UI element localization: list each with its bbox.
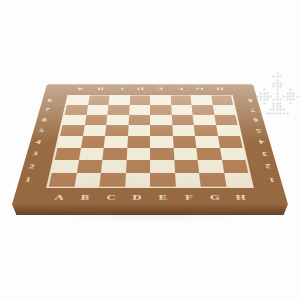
files-bottom: ABCDEFGH <box>45 193 255 204</box>
square-d8[interactable] <box>129 96 150 105</box>
file-label-d: D <box>124 193 150 204</box>
square-a5[interactable] <box>60 125 84 136</box>
rank-label-2: 2 <box>258 160 279 173</box>
rank-label-1: 1 <box>17 173 38 187</box>
square-d1[interactable] <box>125 173 150 187</box>
square-h4[interactable] <box>218 136 243 148</box>
square-c5[interactable] <box>105 125 128 136</box>
square-f1[interactable] <box>175 173 201 187</box>
square-f5[interactable] <box>172 125 195 136</box>
square-a3[interactable] <box>55 148 81 160</box>
square-b7[interactable] <box>86 105 108 115</box>
square-b1[interactable] <box>74 173 101 187</box>
square-a2[interactable] <box>52 160 79 173</box>
rank-label-3: 3 <box>255 148 275 160</box>
file-label-f: F <box>170 85 190 91</box>
board-front-edge <box>12 204 288 215</box>
square-b8[interactable] <box>88 96 110 105</box>
file-label-c: C <box>110 85 130 91</box>
file-label-b: B <box>90 85 111 91</box>
square-c3[interactable] <box>102 148 127 160</box>
square-b5[interactable] <box>83 125 107 136</box>
square-e2[interactable] <box>150 160 175 173</box>
square-f7[interactable] <box>171 105 193 115</box>
rank-label-8: 8 <box>41 96 58 105</box>
square-h5[interactable] <box>216 125 240 136</box>
square-a6[interactable] <box>62 115 86 125</box>
file-label-b: B <box>71 193 98 204</box>
watermark-dot <box>273 109 276 112</box>
square-b2[interactable] <box>76 160 102 173</box>
file-label-e: E <box>150 85 170 91</box>
file-label-e: E <box>150 193 176 204</box>
square-a4[interactable] <box>57 136 82 148</box>
square-d6[interactable] <box>128 115 150 125</box>
square-d7[interactable] <box>129 105 150 115</box>
square-h7[interactable] <box>212 105 235 115</box>
rank-label-2: 2 <box>21 160 42 173</box>
square-e8[interactable] <box>150 96 171 105</box>
square-g6[interactable] <box>193 115 216 125</box>
rank-label-3: 3 <box>25 148 45 160</box>
square-h8[interactable] <box>211 96 233 105</box>
product-photo-canvas: ABCDEFGH ABCDEFGH 87654321 87654321 <box>0 0 300 300</box>
square-h2[interactable] <box>221 160 248 173</box>
square-f4[interactable] <box>173 136 197 148</box>
square-b3[interactable] <box>79 148 104 160</box>
square-a1[interactable] <box>49 173 77 187</box>
square-g3[interactable] <box>196 148 221 160</box>
square-h1[interactable] <box>224 173 252 187</box>
file-label-a: A <box>45 193 73 204</box>
square-e7[interactable] <box>150 105 171 115</box>
square-d4[interactable] <box>127 136 150 148</box>
square-g8[interactable] <box>190 96 212 105</box>
watermark-dot <box>263 102 266 105</box>
square-c2[interactable] <box>101 160 126 173</box>
file-label-h: H <box>227 193 255 204</box>
square-c1[interactable] <box>99 173 125 187</box>
file-label-a: A <box>70 85 91 91</box>
rank-label-6: 6 <box>35 115 53 125</box>
watermark-dot <box>286 112 289 115</box>
square-c6[interactable] <box>106 115 128 125</box>
rank-label-4: 4 <box>29 136 48 148</box>
square-e4[interactable] <box>150 136 173 148</box>
file-label-h: H <box>209 85 230 91</box>
watermark-dot <box>283 112 286 115</box>
watermark-gap <box>296 112 299 115</box>
rank-label-4: 4 <box>252 136 271 148</box>
square-e1[interactable] <box>150 173 175 187</box>
file-label-d: D <box>130 85 150 91</box>
square-f3[interactable] <box>173 148 198 160</box>
square-g5[interactable] <box>194 125 218 136</box>
file-label-g: G <box>201 193 228 204</box>
square-g7[interactable] <box>192 105 214 115</box>
watermark-gap <box>259 88 262 91</box>
watermark-dot <box>273 112 276 115</box>
file-label-g: G <box>189 85 210 91</box>
square-e5[interactable] <box>150 125 173 136</box>
square-g1[interactable] <box>199 173 226 187</box>
file-label-f: F <box>176 193 203 204</box>
square-h6[interactable] <box>214 115 238 125</box>
rank-label-7: 7 <box>38 105 56 115</box>
square-c7[interactable] <box>107 105 129 115</box>
rank-label-5: 5 <box>249 125 268 136</box>
file-label-c: C <box>97 193 124 204</box>
square-f2[interactable] <box>174 160 199 173</box>
rank-label-1: 1 <box>261 173 282 187</box>
square-a8[interactable] <box>67 96 89 105</box>
square-b4[interactable] <box>81 136 105 148</box>
rank-label-5: 5 <box>32 125 51 136</box>
watermark-dot <box>276 79 279 82</box>
board-field <box>46 95 254 188</box>
rank-label-6: 6 <box>247 115 265 125</box>
square-d2[interactable] <box>125 160 150 173</box>
square-f8[interactable] <box>170 96 191 105</box>
square-e6[interactable] <box>150 115 172 125</box>
watermark-dot <box>273 99 276 102</box>
shop-watermark-icon <box>256 72 299 115</box>
square-c8[interactable] <box>108 96 129 105</box>
square-h3[interactable] <box>219 148 245 160</box>
watermark-dot <box>273 102 276 105</box>
square-g4[interactable] <box>195 136 219 148</box>
square-d5[interactable] <box>128 125 151 136</box>
files-top: ABCDEFGH <box>70 85 230 91</box>
square-g2[interactable] <box>198 160 224 173</box>
square-b6[interactable] <box>84 115 107 125</box>
chess-board: ABCDEFGH ABCDEFGH 87654321 87654321 <box>12 85 288 206</box>
square-c4[interactable] <box>104 136 128 148</box>
square-a7[interactable] <box>65 105 88 115</box>
square-d3[interactable] <box>126 148 150 160</box>
square-e3[interactable] <box>150 148 174 160</box>
square-f6[interactable] <box>171 115 193 125</box>
